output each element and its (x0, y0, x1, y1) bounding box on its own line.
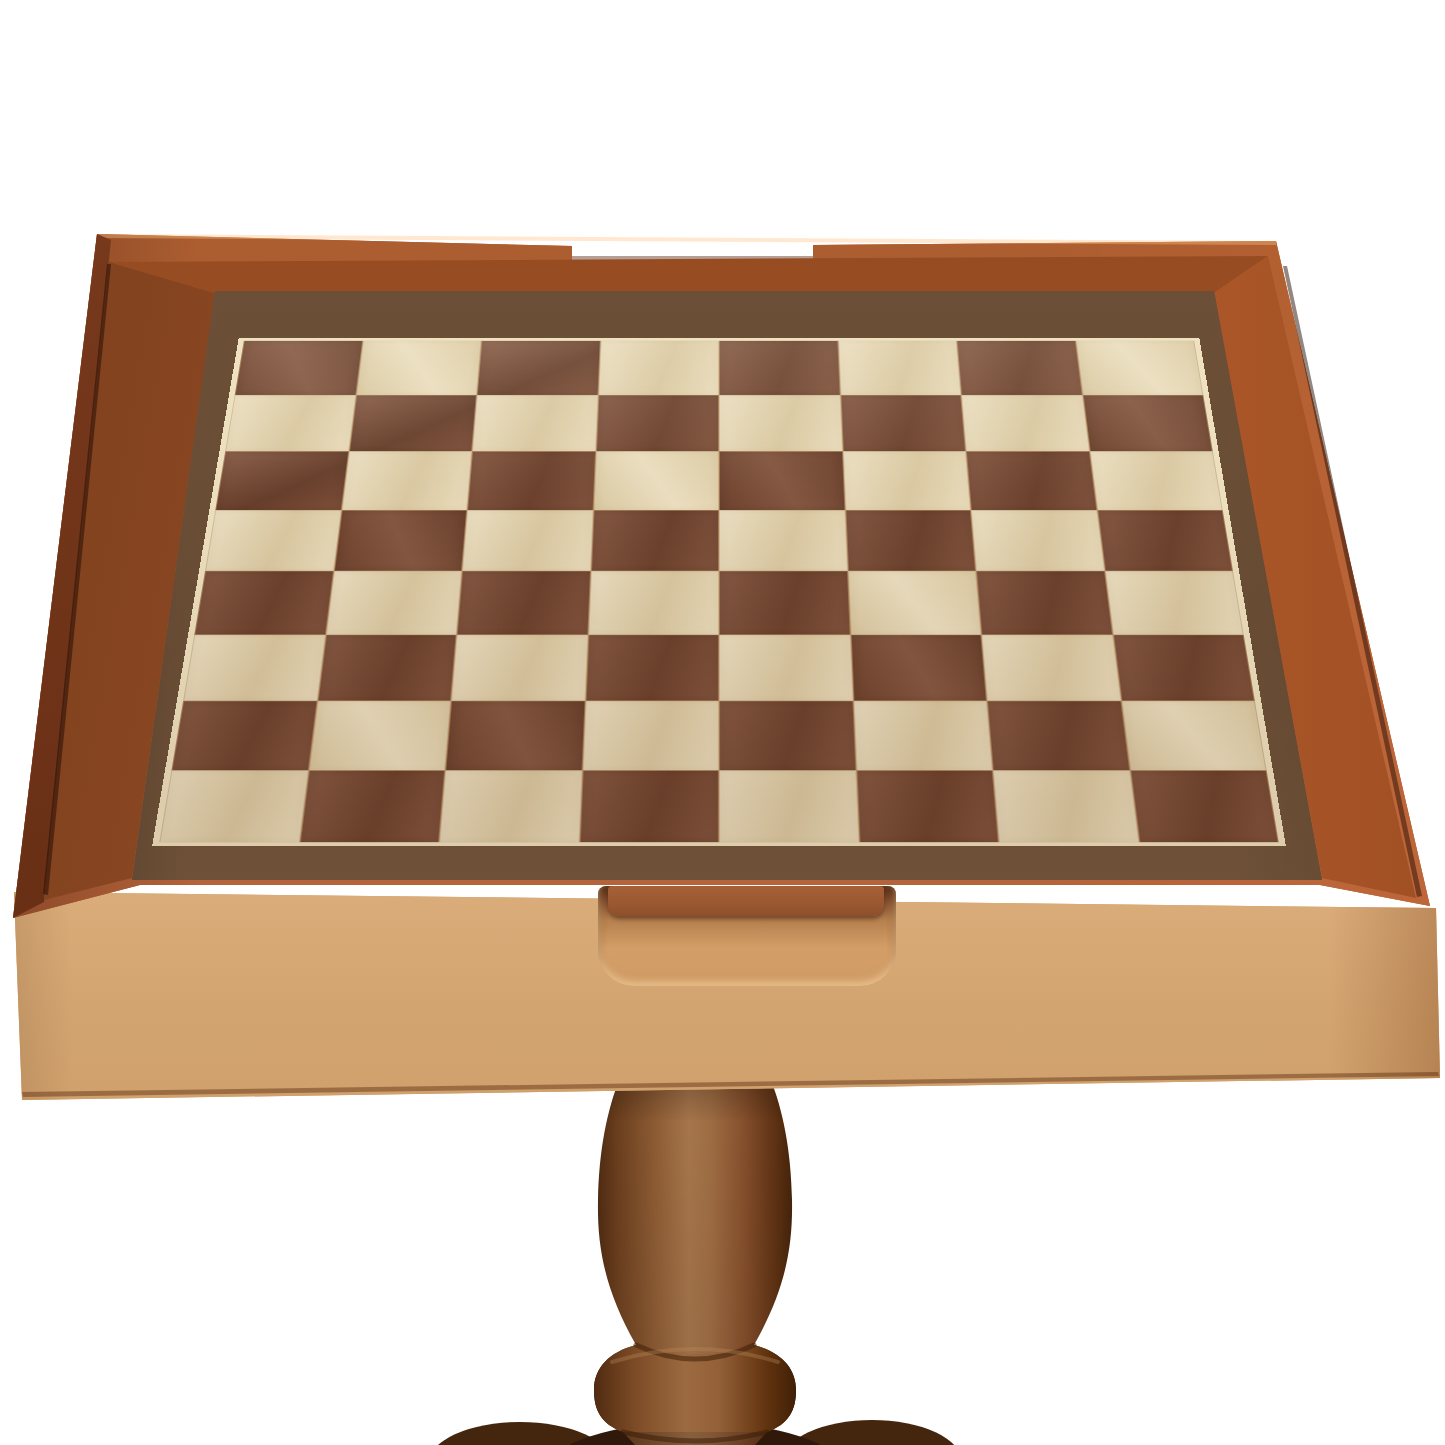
square-f8 (838, 341, 961, 395)
square-d2 (582, 701, 719, 770)
square-c4 (457, 571, 591, 635)
square-g4 (976, 571, 1113, 635)
square-b3 (317, 635, 457, 701)
square-g2 (987, 701, 1130, 770)
chessboard (152, 338, 1286, 846)
square-h4 (1105, 571, 1244, 635)
square-e3 (719, 635, 853, 701)
square-g3 (981, 635, 1121, 701)
square-a7 (225, 395, 356, 451)
square-c1 (439, 770, 582, 842)
square-c5 (462, 510, 593, 571)
square-d5 (591, 510, 720, 571)
square-d4 (588, 571, 719, 635)
square-f6 (842, 451, 970, 510)
square-e5 (719, 510, 848, 571)
square-c7 (472, 395, 598, 451)
square-g7 (961, 395, 1089, 451)
square-d7 (596, 395, 719, 451)
square-g8 (957, 341, 1083, 395)
square-e4 (719, 571, 850, 635)
square-a2 (171, 701, 317, 770)
square-a8 (235, 341, 363, 395)
square-b1 (299, 770, 445, 842)
square-c6 (467, 451, 595, 510)
square-e2 (719, 701, 856, 770)
square-g6 (966, 451, 1097, 510)
square-b8 (356, 341, 482, 395)
square-f2 (853, 701, 993, 770)
square-h7 (1082, 395, 1213, 451)
square-b4 (325, 571, 462, 635)
square-f4 (848, 571, 982, 635)
square-h8 (1075, 341, 1203, 395)
square-h1 (1130, 770, 1279, 842)
finger-groove-back-wall (608, 886, 884, 916)
square-f1 (856, 770, 999, 842)
chess-table-photo (0, 0, 1445, 1445)
square-e8 (719, 341, 840, 395)
square-h3 (1113, 635, 1255, 701)
square-g5 (971, 510, 1105, 571)
square-d6 (593, 451, 719, 510)
finger-groove-recess (598, 886, 896, 986)
square-f5 (845, 510, 976, 571)
square-h2 (1121, 701, 1267, 770)
square-b6 (341, 451, 472, 510)
square-b5 (334, 510, 468, 571)
square-c3 (451, 635, 588, 701)
square-a3 (183, 635, 325, 701)
square-b7 (349, 395, 477, 451)
square-f3 (850, 635, 987, 701)
square-c8 (477, 341, 600, 395)
square-e6 (719, 451, 845, 510)
square-a5 (205, 510, 341, 571)
square-d1 (579, 770, 719, 842)
square-h6 (1089, 451, 1222, 510)
square-d3 (585, 635, 719, 701)
square-c2 (445, 701, 585, 770)
square-a6 (215, 451, 348, 510)
square-g1 (993, 770, 1139, 842)
square-b2 (308, 701, 451, 770)
square-f7 (840, 395, 966, 451)
square-a1 (159, 770, 308, 842)
square-e7 (719, 395, 842, 451)
square-a4 (194, 571, 333, 635)
square-e1 (719, 770, 859, 842)
square-h5 (1097, 510, 1233, 571)
square-d8 (598, 341, 719, 395)
